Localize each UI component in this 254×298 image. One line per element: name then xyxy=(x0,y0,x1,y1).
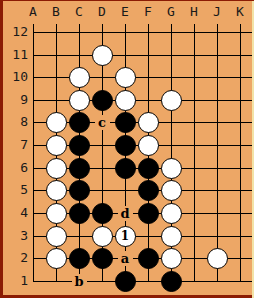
stone-black-c8[interactable] xyxy=(69,112,90,133)
stone-white-c10[interactable] xyxy=(69,67,90,88)
stone-white-c9[interactable] xyxy=(69,90,90,111)
stone-black-e7[interactable] xyxy=(115,135,136,156)
stone-black-d2[interactable] xyxy=(92,248,113,269)
stone-black-f2[interactable] xyxy=(138,248,159,269)
stone-black-c6[interactable] xyxy=(69,158,90,179)
point-label-d[interactable]: d xyxy=(118,206,133,221)
point-label-a[interactable]: a xyxy=(118,251,133,266)
grid-line-col-J xyxy=(217,24,218,282)
grid-line-col-K xyxy=(240,24,241,282)
grid-line-row-1 xyxy=(33,281,252,282)
col-label-C: C xyxy=(71,5,87,19)
stone-white-b5[interactable] xyxy=(46,180,67,201)
row-label-10: 10 xyxy=(3,70,28,84)
col-label-F: F xyxy=(140,5,156,19)
row-label-6: 6 xyxy=(3,161,28,175)
stone-white-g6[interactable] xyxy=(161,158,182,179)
stone-white-b3[interactable] xyxy=(46,226,67,247)
go-board: ABCDEFGHJK121110987654321 cd1ab xyxy=(0,0,254,298)
col-label-H: H xyxy=(186,5,202,19)
stone-black-d9[interactable] xyxy=(92,90,113,111)
stone-white-g2[interactable] xyxy=(161,248,182,269)
row-label-9: 9 xyxy=(3,93,28,107)
row-label-5: 5 xyxy=(3,183,28,197)
stone-white-f7[interactable] xyxy=(138,135,159,156)
col-label-K: K xyxy=(232,5,248,19)
point-label-c[interactable]: c xyxy=(95,115,110,130)
stone-white-b8[interactable] xyxy=(46,112,67,133)
stone-white-b7[interactable] xyxy=(46,135,67,156)
stone-black-d4[interactable] xyxy=(92,203,113,224)
stone-black-c2[interactable] xyxy=(69,248,90,269)
stone-black-f4[interactable] xyxy=(138,203,159,224)
point-label-b[interactable]: b xyxy=(72,274,87,289)
stone-black-e8[interactable] xyxy=(115,112,136,133)
stone-white-g3[interactable] xyxy=(161,226,182,247)
board-frame-top xyxy=(0,0,254,1)
col-label-B: B xyxy=(48,5,64,19)
stone-white-e9[interactable] xyxy=(115,90,136,111)
stone-black-f6[interactable] xyxy=(138,158,159,179)
grid-line-row-10 xyxy=(33,77,252,78)
grid-line-col-A xyxy=(33,24,34,282)
stone-white-d11[interactable] xyxy=(92,45,113,66)
row-label-12: 12 xyxy=(3,25,28,39)
stone-black-e1[interactable] xyxy=(115,271,136,292)
stone-white-b4[interactable] xyxy=(46,203,67,224)
row-label-1: 1 xyxy=(3,274,28,288)
stone-black-c5[interactable] xyxy=(69,180,90,201)
row-label-2: 2 xyxy=(3,251,28,265)
row-label-7: 7 xyxy=(3,138,28,152)
stone-white-f8[interactable] xyxy=(138,112,159,133)
stone-white-j2[interactable] xyxy=(207,248,228,269)
board-frame-right xyxy=(252,0,254,298)
stone-white-d3[interactable] xyxy=(92,226,113,247)
col-label-A: A xyxy=(25,5,41,19)
row-label-4: 4 xyxy=(3,206,28,220)
stone-black-f5[interactable] xyxy=(138,180,159,201)
grid-line-col-H xyxy=(194,24,195,282)
col-label-E: E xyxy=(117,5,133,19)
stone-black-e6[interactable] xyxy=(115,158,136,179)
stone-black-g1[interactable] xyxy=(161,271,182,292)
grid-line-row-12 xyxy=(33,32,252,33)
stone-black-c4[interactable] xyxy=(69,203,90,224)
stone-white-g5[interactable] xyxy=(161,180,182,201)
col-label-J: J xyxy=(209,5,225,19)
stone-white-b2[interactable] xyxy=(46,248,67,269)
row-label-3: 3 xyxy=(3,229,28,243)
stone-white-e10[interactable] xyxy=(115,67,136,88)
stone-white-g9[interactable] xyxy=(161,90,182,111)
grid-line-row-9 xyxy=(33,100,252,101)
stone-white-g4[interactable] xyxy=(161,203,182,224)
stone-black-c7[interactable] xyxy=(69,135,90,156)
col-label-D: D xyxy=(94,5,110,19)
grid-line-row-11 xyxy=(33,55,252,56)
col-label-G: G xyxy=(163,5,179,19)
row-label-11: 11 xyxy=(3,48,28,62)
stone-white-b6[interactable] xyxy=(46,158,67,179)
stone-white-move1-e3[interactable]: 1 xyxy=(115,226,136,247)
row-label-8: 8 xyxy=(3,115,28,129)
